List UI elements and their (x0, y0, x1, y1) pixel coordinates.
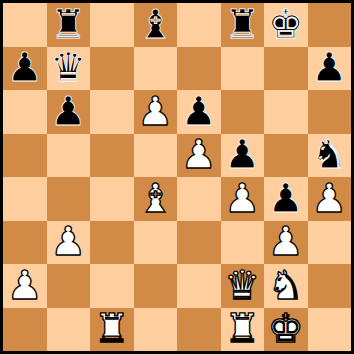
white-pawn-b3: ♟ (50, 221, 86, 261)
square-f2[interactable]: ♛ (221, 264, 265, 308)
black-pawn-f5: ♟ (224, 134, 260, 174)
square-b6[interactable]: ♟ (47, 90, 91, 134)
white-pawn-f4: ♟ (224, 178, 260, 218)
square-h1[interactable] (308, 308, 352, 352)
black-pawn-h7: ♟ (311, 47, 347, 87)
square-f8[interactable]: ♜ (221, 3, 265, 47)
white-rook-f1: ♜ (224, 308, 260, 348)
chess-board: ♜♝♜♚♟♛♟♟♟♟♟♟♞♝♟♟♟♟♟♟♛♞♜♜♚ (3, 3, 351, 351)
black-queen-b7: ♛ (50, 47, 86, 87)
square-b1[interactable] (47, 308, 91, 352)
square-b2[interactable] (47, 264, 91, 308)
square-d4[interactable]: ♝ (134, 177, 178, 221)
square-f3[interactable] (221, 221, 265, 265)
square-b7[interactable]: ♛ (47, 47, 91, 91)
square-h5[interactable]: ♞ (308, 134, 352, 178)
square-g1[interactable]: ♚ (264, 308, 308, 352)
square-e1[interactable] (177, 308, 221, 352)
black-knight-h5: ♞ (311, 134, 347, 174)
square-a3[interactable] (3, 221, 47, 265)
square-d3[interactable] (134, 221, 178, 265)
square-f6[interactable] (221, 90, 265, 134)
black-king-g8: ♚ (268, 4, 304, 44)
square-b8[interactable]: ♜ (47, 3, 91, 47)
square-h3[interactable] (308, 221, 352, 265)
white-pawn-a2: ♟ (7, 265, 43, 305)
square-a8[interactable] (3, 3, 47, 47)
black-rook-f8: ♜ (224, 4, 260, 44)
board-frame: ♜♝♜♚♟♛♟♟♟♟♟♟♞♝♟♟♟♟♟♟♛♞♜♜♚ (0, 0, 354, 354)
square-a1[interactable] (3, 308, 47, 352)
white-queen-f2: ♛ (224, 265, 260, 305)
square-a4[interactable] (3, 177, 47, 221)
square-e6[interactable]: ♟ (177, 90, 221, 134)
square-c8[interactable] (90, 3, 134, 47)
square-b4[interactable] (47, 177, 91, 221)
square-a2[interactable]: ♟ (3, 264, 47, 308)
square-g4[interactable]: ♟ (264, 177, 308, 221)
square-a7[interactable]: ♟ (3, 47, 47, 91)
black-pawn-b6: ♟ (50, 91, 86, 131)
square-f5[interactable]: ♟ (221, 134, 265, 178)
square-d6[interactable]: ♟ (134, 90, 178, 134)
square-d1[interactable] (134, 308, 178, 352)
square-c7[interactable] (90, 47, 134, 91)
square-d5[interactable] (134, 134, 178, 178)
square-e3[interactable] (177, 221, 221, 265)
black-pawn-a7: ♟ (7, 47, 43, 87)
black-pawn-e6: ♟ (181, 91, 217, 131)
square-a6[interactable] (3, 90, 47, 134)
square-c2[interactable] (90, 264, 134, 308)
black-rook-b8: ♜ (50, 4, 86, 44)
square-g2[interactable]: ♞ (264, 264, 308, 308)
white-pawn-h4: ♟ (311, 178, 347, 218)
square-h7[interactable]: ♟ (308, 47, 352, 91)
square-e4[interactable] (177, 177, 221, 221)
square-c1[interactable]: ♜ (90, 308, 134, 352)
square-c5[interactable] (90, 134, 134, 178)
square-f4[interactable]: ♟ (221, 177, 265, 221)
square-e2[interactable] (177, 264, 221, 308)
square-h8[interactable] (308, 3, 352, 47)
white-knight-g2: ♞ (268, 265, 304, 305)
square-c4[interactable] (90, 177, 134, 221)
white-pawn-e5: ♟ (181, 134, 217, 174)
square-g6[interactable] (264, 90, 308, 134)
square-h4[interactable]: ♟ (308, 177, 352, 221)
white-bishop-d4: ♝ (137, 178, 173, 218)
square-h6[interactable] (308, 90, 352, 134)
square-c6[interactable] (90, 90, 134, 134)
square-b3[interactable]: ♟ (47, 221, 91, 265)
black-bishop-d8: ♝ (137, 4, 173, 44)
square-e8[interactable] (177, 3, 221, 47)
square-e5[interactable]: ♟ (177, 134, 221, 178)
white-pawn-g3: ♟ (268, 221, 304, 261)
square-f1[interactable]: ♜ (221, 308, 265, 352)
white-pawn-d6: ♟ (137, 91, 173, 131)
square-a5[interactable] (3, 134, 47, 178)
square-d8[interactable]: ♝ (134, 3, 178, 47)
square-d7[interactable] (134, 47, 178, 91)
square-g5[interactable] (264, 134, 308, 178)
square-e7[interactable] (177, 47, 221, 91)
square-d2[interactable] (134, 264, 178, 308)
white-king-g1: ♚ (268, 308, 304, 348)
square-c3[interactable] (90, 221, 134, 265)
square-f7[interactable] (221, 47, 265, 91)
square-g8[interactable]: ♚ (264, 3, 308, 47)
square-g3[interactable]: ♟ (264, 221, 308, 265)
square-g7[interactable] (264, 47, 308, 91)
white-rook-c1: ♜ (94, 308, 130, 348)
square-h2[interactable] (308, 264, 352, 308)
square-b5[interactable] (47, 134, 91, 178)
black-pawn-g4: ♟ (268, 178, 304, 218)
